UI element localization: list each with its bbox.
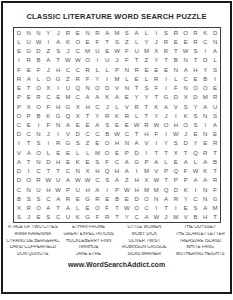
grid-cell: T — [161, 148, 171, 157]
grid-cell: R — [171, 194, 181, 203]
grid-cell: D — [73, 130, 83, 139]
grid-cell: J — [112, 56, 122, 65]
grid-cell: U — [102, 56, 112, 65]
site-footer: www.WordSearchAddict.com — [3, 261, 230, 268]
grid-cell: R — [92, 194, 102, 203]
grid-cell: F — [14, 65, 24, 74]
grid-cell: W — [112, 46, 122, 55]
grid-cell: Y — [92, 111, 102, 120]
grid-cell: K — [73, 157, 83, 166]
grid-cell: H — [142, 130, 152, 139]
grid-cell: M — [112, 74, 122, 83]
grid-cell: W — [53, 185, 63, 194]
grid-cell: D — [200, 56, 210, 65]
grid-cell: G — [63, 102, 73, 111]
grid-cell: R — [63, 28, 73, 37]
grid-cell: B — [171, 56, 181, 65]
grid-cell: S — [191, 204, 201, 213]
grid-cell: E — [161, 65, 171, 74]
grid-cell: C — [43, 194, 53, 203]
grid-cell: O — [181, 28, 191, 37]
grid-cell: T — [142, 111, 152, 120]
grid-cell: R — [210, 176, 220, 185]
grid-cell: D — [210, 28, 220, 37]
grid-cell: Y — [151, 111, 161, 120]
grid-cell: R — [24, 204, 34, 213]
grid-cell: A — [181, 65, 191, 74]
grid-cell: T — [24, 157, 34, 166]
grid-cell: G — [24, 46, 34, 55]
grid-cell: G — [53, 74, 63, 83]
grid-cell: K — [200, 28, 210, 37]
grid-cell: N — [200, 111, 210, 120]
grid-cell: U — [132, 46, 142, 55]
grid-cell: W — [171, 130, 181, 139]
grid-cell: A — [112, 176, 122, 185]
grid-cell: D — [191, 93, 201, 102]
grid-cell: O — [14, 111, 24, 120]
grid-cell: H — [112, 167, 122, 176]
grid-cell: W — [43, 176, 53, 185]
grid-cell: E — [102, 46, 112, 55]
grid-cell: X — [142, 176, 152, 185]
grid-cell: J — [161, 111, 171, 120]
grid-cell: R — [34, 176, 44, 185]
grid-cell: Z — [142, 56, 152, 65]
word-item: IVANHOE — [62, 245, 116, 250]
grid-cell: N — [24, 185, 34, 194]
grid-cell: B — [102, 130, 112, 139]
grid-cell: A — [200, 102, 210, 111]
grid-cell: S — [14, 213, 24, 222]
grid-cell: I — [210, 74, 220, 83]
grid-cell: Y — [132, 93, 142, 102]
grid-cell: L — [210, 56, 220, 65]
grid-cell: N — [171, 65, 181, 74]
grid-cell: T — [132, 130, 142, 139]
grid-cell: K — [151, 102, 161, 111]
grid-cell: W — [112, 130, 122, 139]
grid-cell: H — [132, 176, 142, 185]
grid-cell: F — [34, 65, 44, 74]
grid-cell: F — [83, 74, 93, 83]
grid-cell: P — [161, 167, 171, 176]
grid-cell: A — [210, 46, 220, 55]
grid-cell: E — [14, 46, 24, 55]
grid-cell: R — [122, 111, 132, 120]
grid-cell: V — [14, 148, 24, 157]
grid-cell: D — [132, 148, 142, 157]
grid-cell: F — [151, 83, 161, 92]
grid-cell: R — [210, 93, 220, 102]
grid-cell: L — [83, 148, 93, 157]
grid-cell: I — [151, 28, 161, 37]
grid-cell: F — [43, 120, 53, 129]
grid-cell: E — [200, 139, 210, 148]
grid-cell: N — [200, 130, 210, 139]
grid-cell: E — [63, 148, 73, 157]
grid-cell: D — [43, 157, 53, 166]
puzzle-title: CLASSIC LITERATURE WORD SEARCH PUZZLE — [3, 12, 230, 21]
grid-cell: H — [53, 157, 63, 166]
grid-cell: C — [83, 130, 93, 139]
grid-cell: A — [24, 74, 34, 83]
grid-cell: C — [73, 65, 83, 74]
grid-cell: S — [34, 194, 44, 203]
grid-cell: A — [24, 148, 34, 157]
grid-cell: H — [132, 185, 142, 194]
grid-cell: R — [53, 139, 63, 148]
grid-cell: O — [132, 204, 142, 213]
grid-cell: E — [151, 65, 161, 74]
grid-cell: E — [112, 120, 122, 129]
grid-cell: A — [63, 120, 73, 129]
grid-cell: E — [24, 65, 34, 74]
grid-cell: B — [200, 74, 210, 83]
grid-cell: W — [181, 46, 191, 55]
grid-cell: W — [83, 176, 93, 185]
word-item: HUCKLEBERRY FINN — [62, 239, 116, 244]
grid-cell: I — [102, 185, 112, 194]
grid-cell: A — [92, 120, 102, 129]
grid-cell: S — [210, 111, 220, 120]
grid-cell: C — [92, 176, 102, 185]
grid-cell: E — [24, 93, 34, 102]
grid-cell: Q — [63, 111, 73, 120]
grid-cell: S — [34, 139, 44, 148]
grid-cell: L — [34, 74, 44, 83]
grid-cell: W — [73, 176, 83, 185]
grid-cell: C — [191, 194, 201, 203]
grid-cell: M — [142, 46, 152, 55]
grid-cell: C — [43, 93, 53, 102]
grid-cell: R — [83, 65, 93, 74]
grid-cell: N — [200, 194, 210, 203]
word-item: THE ODYSSEY — [173, 225, 227, 230]
word-item: OLIVER TWIST — [118, 239, 172, 244]
grid-cell: R — [200, 148, 210, 157]
grid-cell: H — [43, 185, 53, 194]
grid-cell: N — [122, 139, 132, 148]
grid-cell: K — [112, 111, 122, 120]
grid-cell: D — [171, 93, 181, 102]
word-item: TREASURE ISLAND — [173, 239, 227, 244]
grid-cell: E — [83, 157, 93, 166]
grid-cell: N — [83, 83, 93, 92]
grid-cell: C — [14, 185, 24, 194]
grid-cell: F — [151, 130, 161, 139]
grid-cell: S — [53, 46, 63, 55]
grid-cell: Z — [83, 139, 93, 148]
grid-cell: S — [102, 176, 112, 185]
grid-cell: Y — [181, 194, 191, 203]
grid-cell: W — [122, 185, 132, 194]
grid-cell: N — [181, 83, 191, 92]
grid-cell: Q — [161, 185, 171, 194]
grid-cell: N — [83, 28, 93, 37]
grid-cell: E — [191, 74, 201, 83]
grid-cell: F — [181, 167, 191, 176]
grid-cell: D — [14, 28, 24, 37]
grid-cell: S — [191, 120, 201, 129]
grid-cell: S — [161, 28, 171, 37]
grid-cell: A — [83, 93, 93, 102]
grid-cell: F — [102, 204, 112, 213]
grid-cell: E — [210, 130, 220, 139]
word-list: A TALE OF TWO CITIESANNA KARENINACYRANO … — [6, 225, 227, 257]
grid-cell: K — [73, 213, 83, 222]
grid-cell: A — [112, 93, 122, 102]
grid-cell: H — [112, 139, 122, 148]
grid-cell: S — [171, 139, 181, 148]
grid-cell: R — [73, 74, 83, 83]
grid-cell: C — [122, 130, 132, 139]
grid-cell: Q — [102, 167, 112, 176]
word-item: LITTLE WOMEN — [118, 225, 172, 230]
grid-cell: C — [181, 74, 191, 83]
grid-cell: N — [34, 157, 44, 166]
grid-cell: E — [14, 83, 24, 92]
grid-cell: M — [112, 28, 122, 37]
word-item: MOBY DICK — [118, 232, 172, 237]
grid-cell: W — [151, 213, 161, 222]
grid-cell: R — [161, 37, 171, 46]
grid-cell: O — [102, 148, 112, 157]
grid-cell: A — [132, 28, 142, 37]
grid-cell: O — [92, 204, 102, 213]
grid-cell: G — [210, 194, 220, 203]
grid-cell: T — [112, 213, 122, 222]
grid-cell: E — [73, 194, 83, 203]
grid-cell: U — [34, 185, 44, 194]
grid-cell: T — [83, 111, 93, 120]
grid-cell: Q — [73, 83, 83, 92]
word-item: A TALE OF TWO CITIES — [6, 225, 60, 230]
word-item: WUTHERING HEIGHTS — [173, 252, 227, 257]
grid-cell: T — [181, 148, 191, 157]
grid-cell: K — [43, 111, 53, 120]
word-item: CYRANO DE BERGERAC — [6, 239, 60, 244]
grid-cell: P — [142, 157, 152, 166]
grid-cell: O — [73, 37, 83, 46]
grid-cell: H — [53, 102, 63, 111]
grid-cell: O — [34, 148, 44, 157]
grid-cell: V — [171, 102, 181, 111]
grid-cell: T — [53, 204, 63, 213]
grid-cell: R — [63, 194, 73, 203]
grid-cell: I — [200, 120, 210, 129]
grid-cell: D — [34, 46, 44, 55]
grid-cell: A — [63, 176, 73, 185]
grid-cell: E — [181, 204, 191, 213]
grid-cell: C — [24, 130, 34, 139]
grid-cell: S — [122, 28, 132, 37]
grid-cell: V — [112, 83, 122, 92]
grid-cell: O — [200, 83, 210, 92]
grid-cell: C — [14, 120, 24, 129]
grid-cell: N — [210, 37, 220, 46]
grid-cell: R — [191, 37, 201, 46]
grid-cell: R — [210, 139, 220, 148]
grid-cell: X — [24, 102, 34, 111]
grid-cell: P — [181, 176, 191, 185]
grid-cell: L — [132, 37, 142, 46]
grid-cell: M — [200, 93, 210, 102]
grid-cell: H — [83, 102, 93, 111]
grid-cell: T — [210, 148, 220, 157]
grid-cell: V — [151, 167, 161, 176]
word-item: JANE EYRE — [62, 252, 116, 257]
grid-cell: R — [132, 102, 142, 111]
grid-cell: J — [43, 130, 53, 139]
grid-cell: E — [53, 148, 63, 157]
grid-cell: E — [171, 37, 181, 46]
grid-cell: T — [132, 56, 142, 65]
grid-cell: U — [210, 102, 220, 111]
grid-cell: L — [142, 74, 152, 83]
grid-cell: S — [210, 65, 220, 74]
grid-cell: A — [122, 157, 132, 166]
grid-cell: C — [53, 213, 63, 222]
grid-cell: L — [161, 157, 171, 166]
grid-cell: D — [14, 130, 24, 139]
grid-cell: Y — [122, 213, 132, 222]
grid-cell: B — [112, 194, 122, 203]
grid-cell: G — [83, 213, 93, 222]
grid-cell: C — [73, 46, 83, 55]
grid-cell: Y — [92, 74, 102, 83]
word-item: SILAS MARNER — [118, 252, 172, 257]
grid-cell: A — [161, 102, 171, 111]
grid-cell: N — [34, 28, 44, 37]
grid-cell: A — [92, 185, 102, 194]
grid-cell: W — [122, 204, 132, 213]
grid-cell: O — [43, 74, 53, 83]
grid-cell: O — [34, 204, 44, 213]
grid-cell: I — [161, 74, 171, 83]
grid-cell: A — [200, 176, 210, 185]
grid-cell: E — [83, 37, 93, 46]
grid-cell: A — [43, 56, 53, 65]
grid-cell: A — [142, 213, 152, 222]
grid-cell: R — [102, 213, 112, 222]
grid-cell: E — [171, 157, 181, 166]
grid-cell: T — [43, 167, 53, 176]
grid-cell: Y — [191, 102, 201, 111]
grid-cell: L — [73, 148, 83, 157]
grid-cell: R — [171, 28, 181, 37]
grid-cell: Y — [151, 56, 161, 65]
grid-cell: P — [14, 93, 24, 102]
grid-cell: I — [132, 167, 142, 176]
grid-cell: Q — [171, 167, 181, 176]
grid-cell: E — [83, 120, 93, 129]
grid-cell: U — [63, 213, 73, 222]
grid-cell: P — [24, 111, 34, 120]
grid-cell: P — [112, 65, 122, 74]
grid-cell: I — [151, 139, 161, 148]
grid-cell: I — [191, 185, 201, 194]
grid-cell: T — [132, 83, 142, 92]
grid-cell: U — [24, 37, 34, 46]
grid-cell: Z — [122, 37, 132, 46]
grid-cell: N — [181, 56, 191, 65]
grid-cell: O — [34, 83, 44, 92]
grid-cell: M — [63, 93, 73, 102]
grid-cell: O — [142, 194, 152, 203]
grid-cell: E — [122, 194, 132, 203]
grid-cell: L — [102, 65, 112, 74]
grid-cell: I — [171, 204, 181, 213]
grid-cell: N — [122, 65, 132, 74]
grid-cell: I — [92, 56, 102, 65]
grid-cell: L — [171, 74, 181, 83]
grid-cell: I — [34, 120, 44, 129]
grid-cell: K — [181, 111, 191, 120]
grid-cell: F — [92, 37, 102, 46]
grid-cell: E — [73, 28, 83, 37]
grid-cell: L — [73, 204, 83, 213]
grid-cell: L — [92, 65, 102, 74]
grid-cell: O — [161, 120, 171, 129]
grid-cell: A — [132, 139, 142, 148]
grid-cell: I — [161, 83, 171, 92]
grid-cell: A — [53, 194, 63, 203]
grid-cell: E — [210, 83, 220, 92]
grid-cell: S — [112, 37, 122, 46]
grid-cell: A — [14, 157, 24, 166]
grid-cell: W — [132, 120, 142, 129]
grid-cell: T — [24, 139, 34, 148]
grid-cell: O — [181, 120, 191, 129]
grid-cell: Y — [191, 139, 201, 148]
grid-cell: R — [14, 74, 24, 83]
grid-cell: F — [43, 102, 53, 111]
grid-cell: A — [191, 176, 201, 185]
grid-cell: I — [102, 74, 112, 83]
grid-cell: R — [102, 111, 112, 120]
grid-cell: C — [92, 102, 102, 111]
grid-cell: R — [24, 56, 34, 65]
grid-cell: U — [63, 83, 73, 92]
grid-cell: W — [191, 167, 201, 176]
grid-cell: X — [171, 148, 181, 157]
grid-cell: E — [191, 130, 201, 139]
grid-cell: L — [142, 28, 152, 37]
grid-cell: B — [210, 157, 220, 166]
grid-cell: I — [53, 83, 63, 92]
grid-cell: E — [122, 93, 132, 102]
grid-cell: O — [34, 102, 44, 111]
grid-cell: R — [161, 46, 171, 55]
grid-cell: B — [34, 56, 44, 65]
grid-cell: T — [191, 56, 201, 65]
grid-cell: B — [34, 111, 44, 120]
grid-cell: F — [122, 46, 132, 55]
grid-cell: C — [92, 130, 102, 139]
grid-cell: E — [132, 74, 142, 83]
word-item: ANNA KARENINA — [6, 232, 60, 237]
grid-cell: M — [151, 185, 161, 194]
grid-cell: P — [171, 176, 181, 185]
grid-cell: Y — [200, 65, 210, 74]
grid-cell: I — [43, 37, 53, 46]
grid-cell: L — [122, 74, 132, 83]
word-item: GREAT EXPECTATIONS — [62, 232, 116, 237]
grid-cell: F — [122, 56, 132, 65]
grid-cell: I — [14, 56, 24, 65]
grid-cell: C — [63, 65, 73, 74]
